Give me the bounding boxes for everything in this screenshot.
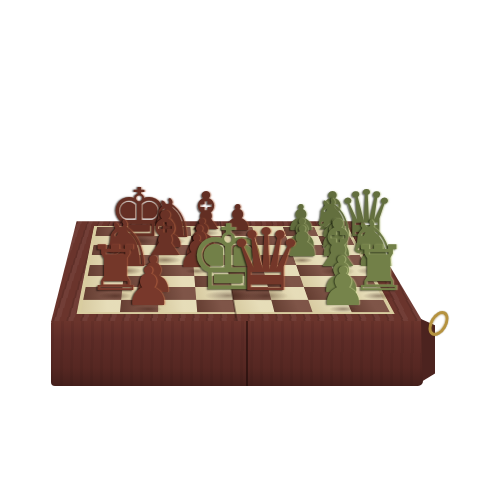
- box-front-face: [51, 321, 423, 386]
- chess-piece-green-pawn: ♟: [319, 260, 367, 314]
- product-photo: ♝♟♟♝♚♞♞♛♟♟♟♟♝♟♟♟♞♟♝♞♜♟♚♛♟♜♟♟: [0, 0, 500, 500]
- fold-seam-front: [246, 321, 248, 386]
- wood-grain: [51, 321, 423, 386]
- chess-piece-copper-queen: ♛: [227, 217, 304, 303]
- chess-piece-copper-pawn: ♟: [124, 260, 172, 314]
